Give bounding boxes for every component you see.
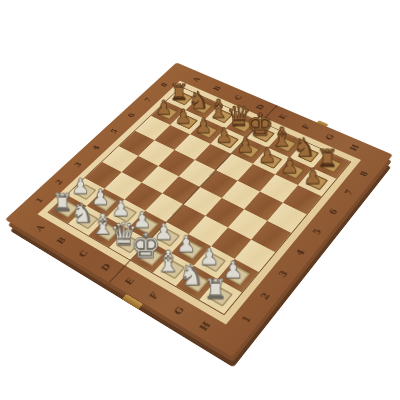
piece-white-knight[interactable]: ♞ <box>178 260 204 289</box>
board-frame: ABCDEFGH ABCDEFGH 87654321 87654321 ♜♞♝♛… <box>5 63 393 357</box>
piece-black-pawn[interactable]: ♟ <box>174 107 192 127</box>
piece-black-pawn[interactable]: ♟ <box>194 116 212 136</box>
piece-black-pawn[interactable]: ♟ <box>215 126 233 146</box>
chess-board: ABCDEFGH ABCDEFGH 87654321 87654321 ♜♞♝♛… <box>5 63 393 357</box>
chess-set-photo: ABCDEFGH ABCDEFGH 87654321 87654321 ♜♞♝♛… <box>0 0 400 400</box>
piece-white-rook[interactable]: ♜ <box>203 276 227 303</box>
square-e4[interactable] <box>184 187 222 216</box>
piece-black-pawn[interactable]: ♟ <box>257 145 276 166</box>
piece-white-bishop[interactable]: ♝ <box>155 246 181 275</box>
square-c4[interactable] <box>142 166 179 193</box>
piece-black-pawn[interactable]: ♟ <box>280 156 299 177</box>
piece-black-pawn[interactable]: ♟ <box>303 166 322 187</box>
square-h7[interactable]: ♟ <box>298 168 336 196</box>
piece-black-pawn[interactable]: ♟ <box>236 135 254 155</box>
